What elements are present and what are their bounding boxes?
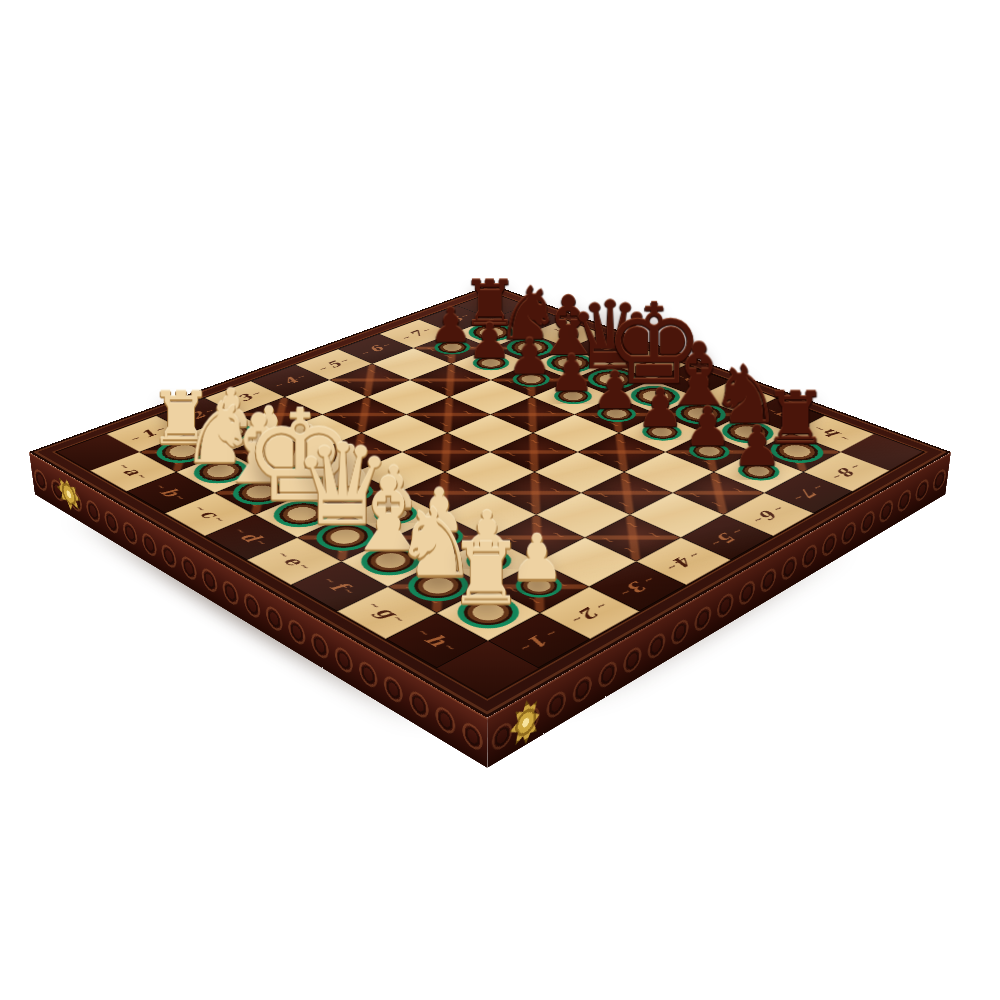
coordinate-label: d (226, 524, 276, 550)
coordinate-label: e (269, 548, 320, 574)
coordinate-label: 6 (744, 502, 793, 526)
piece-felt-base (365, 500, 425, 529)
coordinate-label: h (408, 624, 466, 655)
coordinate-label: g (759, 405, 807, 425)
coordinate-label: 8 (435, 311, 476, 327)
label-rank-4-right: 4 (636, 538, 731, 585)
coordinate-label: f (715, 389, 758, 406)
coordinate-label: f (315, 573, 364, 599)
scene-3d: abcdefgh8877665544332211abcdefgh ♜♞♝♛♚♝♞… (0, 0, 1000, 1000)
coordinate-label: 3 (221, 388, 268, 407)
coordinate-label: b (545, 326, 587, 342)
coordinate-label: 3 (611, 572, 665, 600)
piece-felt-base (410, 522, 472, 552)
label-rank-6-right: 6 (724, 493, 814, 536)
piece-felt-base (323, 478, 382, 506)
coordinate-label: 8 (824, 460, 870, 482)
coordinate-label: a (111, 460, 156, 482)
coordinate-label: 5 (702, 524, 752, 550)
coordinate-label: 5 (311, 356, 356, 373)
coordinate-label: 7 (785, 481, 832, 504)
piece-felt-base (730, 458, 788, 484)
coordinate-label: g (359, 598, 414, 628)
product-photo-chess-set: abcdefgh8877665544332211abcdefgh ♜♞♝♛♚♝♞… (0, 0, 1000, 1000)
coordinate-label: 4 (267, 372, 313, 390)
coordinate-label: 1 (510, 625, 567, 656)
coordinate-label: 2 (562, 598, 617, 628)
piece-felt-base (457, 545, 520, 577)
chess-board-box: abcdefgh8877665544332211abcdefgh ♜♞♝♛♚♝♞… (29, 284, 951, 717)
coordinate-label: e (669, 372, 714, 390)
coordinate-label: d (626, 356, 671, 373)
coordinate-label: 4 (658, 548, 710, 575)
coordinate-label: c (585, 341, 627, 357)
coordinate-label: 6 (354, 340, 397, 357)
coordinate-label: c (186, 502, 233, 526)
coordinate-label: 2 (173, 405, 222, 425)
coordinate-label: h (807, 423, 857, 444)
piece-felt-base (506, 569, 571, 602)
border-corner (437, 641, 539, 697)
piece-felt-base (282, 458, 340, 484)
coordinate-label: b (147, 481, 194, 504)
coordinate-label: 7 (395, 326, 437, 342)
coordinate-label: a (508, 311, 548, 326)
